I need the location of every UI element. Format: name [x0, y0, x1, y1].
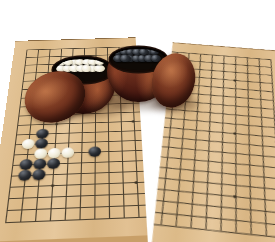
grid-cell	[115, 145, 129, 156]
hoshi-point	[233, 195, 236, 198]
grid-cell	[18, 170, 33, 181]
grid-cell	[9, 130, 23, 140]
grid-cell	[129, 155, 143, 166]
grid-cell	[114, 117, 127, 127]
grid-cell	[47, 148, 61, 159]
grid-cell	[102, 126, 115, 136]
grid-cell	[58, 202, 73, 214]
grid-cell	[15, 192, 31, 204]
grid-cell	[31, 180, 46, 192]
grid-cell	[14, 203, 30, 216]
grid-cell	[87, 200, 102, 212]
grid-cell	[89, 117, 102, 127]
black-stone	[35, 139, 48, 149]
black-stone	[47, 158, 60, 169]
grid-cell	[76, 118, 89, 128]
grid-cell	[102, 188, 116, 200]
grid-cell	[75, 147, 89, 158]
grid-cell	[167, 219, 183, 233]
black-stone	[18, 170, 32, 181]
grid-cell	[88, 157, 102, 168]
grid-cell	[152, 112, 165, 122]
grid-cell	[102, 200, 117, 212]
grid-cell	[33, 158, 48, 169]
grid-cell	[32, 169, 47, 180]
grid-cell	[36, 129, 50, 139]
grid-cell	[127, 125, 140, 135]
grid-cell	[153, 218, 169, 232]
grid-cell	[46, 169, 61, 180]
grid-cell	[128, 145, 142, 156]
grid-cell	[72, 213, 87, 226]
grid-cell	[34, 148, 48, 159]
grid-cell	[115, 156, 129, 167]
grid-cell	[42, 214, 58, 227]
black-bowl-stone	[150, 49, 159, 55]
grid-cell	[152, 121, 164, 132]
grid-cell	[11, 120, 25, 130]
grid-cell	[127, 116, 140, 126]
grid-cell	[88, 146, 102, 157]
hoshi-point	[51, 184, 54, 187]
grid-cell	[24, 120, 38, 130]
grid-cell	[48, 138, 62, 148]
grid-cell	[116, 177, 130, 189]
grid-cell	[243, 227, 258, 241]
grid-cell	[102, 146, 116, 157]
grid-cell	[12, 215, 28, 228]
grid-cell	[102, 167, 116, 178]
grid-cell	[140, 116, 148, 126]
grid-cell	[144, 187, 147, 199]
grid-cell	[20, 149, 35, 160]
grid-cell	[131, 211, 146, 224]
grid-cell	[49, 128, 63, 138]
grid-cell	[143, 165, 148, 176]
grid-cell	[129, 166, 143, 177]
grid-cell	[116, 211, 131, 224]
grid-cell	[2, 181, 18, 193]
grid-cell	[21, 139, 35, 149]
grid-cell	[87, 189, 101, 201]
hoshi-point	[233, 132, 236, 135]
grid-cell	[143, 176, 147, 188]
hoshi-point	[135, 181, 138, 184]
grid-cell	[17, 180, 32, 192]
white-stone	[48, 148, 61, 158]
grid-cell	[87, 212, 102, 225]
grid-cell	[88, 127, 101, 137]
grid-cell	[62, 137, 76, 147]
grid-cell	[152, 140, 162, 151]
grid-cell	[129, 176, 144, 188]
grid-cell	[115, 126, 128, 136]
grid-cell	[102, 177, 116, 189]
grid-cell	[88, 178, 102, 190]
hoshi-point	[155, 125, 158, 128]
grid-cell	[12, 111, 26, 121]
grid-cell	[273, 230, 275, 242]
grid-cell	[130, 199, 145, 211]
grid-cell	[88, 167, 102, 178]
grid-cell	[116, 188, 131, 200]
black-stone	[33, 159, 47, 170]
grid-cell	[19, 159, 34, 170]
grid-cell	[47, 158, 61, 169]
grid-cell	[141, 135, 148, 145]
grid-cell	[29, 203, 45, 215]
white-bowl-stone	[94, 65, 105, 72]
white-bowl-stone	[63, 59, 73, 65]
hoshi-point	[234, 79, 237, 81]
grid-cell	[102, 212, 117, 225]
grid-cell	[74, 157, 88, 168]
grid-cell	[7, 149, 22, 160]
grid-cell	[145, 210, 147, 223]
grid-cell	[35, 138, 49, 148]
grid-cell	[60, 157, 74, 168]
white-stone	[34, 149, 47, 159]
grid-cell	[73, 201, 88, 213]
hoshi-point	[55, 122, 58, 124]
grid-cell	[30, 191, 45, 203]
black-stone	[36, 129, 49, 139]
grid-cell	[115, 166, 129, 177]
product-photo-go-set	[0, 0, 275, 242]
black-bowl-stone	[139, 49, 149, 55]
black-stone	[32, 169, 46, 180]
grid-cell	[102, 156, 116, 167]
grid-cell	[43, 202, 58, 214]
grid-cell	[197, 222, 212, 236]
grid-cell	[4, 170, 19, 181]
grid-cell	[8, 139, 23, 149]
grid-cell	[116, 199, 131, 211]
grid-cell	[142, 155, 147, 166]
grid-cell	[128, 135, 142, 145]
grid-cell	[57, 213, 72, 226]
grid-cell	[45, 179, 60, 191]
hoshi-point	[132, 120, 135, 122]
grid-cell	[59, 190, 74, 202]
grid-cell	[141, 144, 147, 155]
grid-cell	[228, 225, 243, 239]
grid-cell	[102, 136, 115, 146]
grid-cell	[182, 221, 198, 235]
grid-cell	[73, 189, 88, 201]
black-stone	[20, 159, 34, 170]
grid-cell	[115, 136, 128, 146]
grid-cell	[44, 191, 59, 203]
grid-cell	[212, 224, 227, 238]
grid-cell	[23, 129, 37, 139]
grid-cell	[75, 127, 88, 137]
grid-cell	[88, 136, 101, 146]
grid-cell	[61, 147, 75, 158]
black-stone	[89, 147, 102, 157]
grid-cell	[27, 215, 43, 228]
grid-cell	[152, 130, 163, 141]
grid-cell	[140, 125, 147, 135]
grid-cell	[75, 137, 89, 147]
grid-cell	[73, 178, 87, 190]
grid-cell	[74, 168, 88, 179]
grid-cell	[62, 128, 76, 138]
white-stone	[62, 148, 75, 158]
grid-cell	[130, 187, 145, 199]
grid-cell	[258, 228, 274, 242]
grid-cell	[5, 159, 20, 170]
white-stone	[22, 139, 35, 149]
grid-cell	[145, 198, 148, 210]
grid-cell	[59, 179, 74, 191]
grid-cell	[102, 117, 115, 127]
grid-cell	[1, 192, 17, 204]
grid-cell	[60, 168, 74, 179]
white-bowl-stone	[95, 59, 104, 65]
